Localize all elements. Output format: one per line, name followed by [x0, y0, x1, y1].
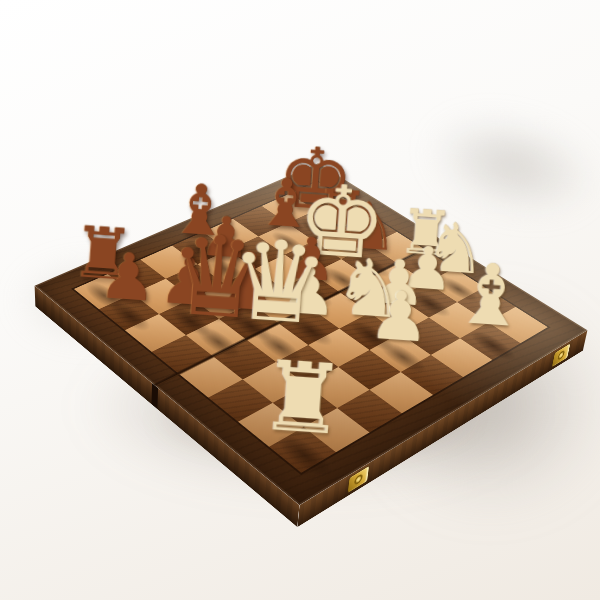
piece-contact-shadow — [373, 337, 433, 376]
fold-seam-notch — [151, 383, 157, 409]
piece-contact-shadow — [164, 303, 218, 339]
piece-contact-shadow — [284, 312, 339, 348]
light-rook-a1: ♜ — [231, 340, 374, 457]
piece-contact-shadow — [104, 298, 157, 334]
scene: ♜♟♟♝♛♟♟♟♝♚♜♞♚♛♟♟♟♟♜♜♝♞♞ — [0, 0, 600, 600]
piece-contact-shadow — [464, 327, 522, 364]
chess-board: ♜♟♟♝♛♟♟♟♝♚♜♞♚♛♟♟♟♟♜♜♝♞♞ — [35, 163, 588, 505]
piece-contact-shadow — [224, 308, 279, 344]
piece-contact-shadow — [190, 323, 247, 362]
product-photo-backdrop: ♜♟♟♝♛♟♟♟♝♚♜♞♚♛♟♟♟♟♜♜♝♞♞ — [0, 0, 600, 600]
camera-tilt: ♜♟♟♝♛♟♟♟♝♚♜♞♚♛♟♟♟♟♜♜♝♞♞ — [0, 0, 600, 600]
piece-contact-shadow — [269, 429, 341, 482]
